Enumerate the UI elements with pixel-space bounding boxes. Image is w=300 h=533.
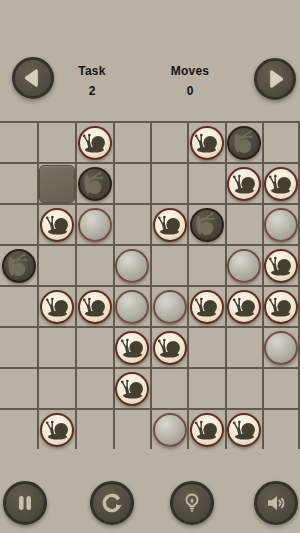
- board-cell[interactable]: [262, 326, 300, 367]
- board-cell[interactable]: [0, 244, 37, 285]
- snail-icon: [194, 132, 219, 153]
- sound-button[interactable]: [254, 481, 298, 525]
- next-task-button[interactable]: [254, 58, 296, 100]
- task-label: Task: [52, 64, 132, 78]
- board-cell[interactable]: [150, 203, 187, 244]
- board-cell[interactable]: [0, 285, 37, 326]
- pause-button[interactable]: [3, 481, 47, 525]
- board-cell[interactable]: [262, 121, 300, 162]
- board-cell[interactable]: [113, 162, 150, 203]
- snail-icon: [82, 132, 107, 153]
- board-cell[interactable]: [187, 326, 224, 367]
- board-cell[interactable]: [113, 285, 150, 326]
- board-cell[interactable]: [150, 285, 187, 326]
- target-slot[interactable]: [264, 331, 298, 365]
- board-cell[interactable]: [113, 326, 150, 367]
- snail-icon: [194, 296, 219, 317]
- board-cell[interactable]: [225, 203, 262, 244]
- board-cell[interactable]: [37, 367, 75, 408]
- snail-piece-dark[interactable]: [2, 249, 36, 283]
- board-cell[interactable]: [113, 367, 150, 408]
- board-cell[interactable]: [37, 162, 75, 203]
- board-cell[interactable]: [262, 162, 300, 203]
- snail-icon: [120, 378, 145, 399]
- lightbulb-icon: [180, 491, 204, 515]
- task-value: 2: [52, 84, 132, 98]
- target-slot[interactable]: [115, 249, 149, 283]
- target-slot[interactable]: [115, 290, 149, 324]
- snail-icon: [268, 255, 293, 276]
- board-cell[interactable]: [187, 408, 224, 449]
- board-cell[interactable]: [113, 408, 150, 449]
- snail-icon: [157, 337, 182, 358]
- snail-piece-light[interactable]: [264, 249, 298, 283]
- snail-piece-light[interactable]: [264, 167, 298, 201]
- target-slot[interactable]: [153, 413, 187, 447]
- board-cell[interactable]: [75, 162, 112, 203]
- board-cell[interactable]: [225, 244, 262, 285]
- target-slot[interactable]: [78, 208, 112, 242]
- board-cell[interactable]: [150, 162, 187, 203]
- target-slot[interactable]: [153, 290, 187, 324]
- board-cell[interactable]: [113, 244, 150, 285]
- board-cell[interactable]: [225, 285, 262, 326]
- snail-piece-light[interactable]: [227, 167, 261, 201]
- snail-piece-light[interactable]: [115, 372, 149, 406]
- board-cell[interactable]: [37, 121, 75, 162]
- snail-piece-light[interactable]: [227, 413, 261, 447]
- snail-piece-light[interactable]: [190, 290, 224, 324]
- moves-value: 0: [150, 84, 230, 98]
- snail-icon: [194, 419, 219, 440]
- snail-piece-light[interactable]: [40, 413, 74, 447]
- snail-icon: [268, 173, 293, 194]
- snail-icon: [120, 337, 145, 358]
- snail-piece-light[interactable]: [78, 290, 112, 324]
- snail-icon: [232, 296, 257, 317]
- board-cell[interactable]: [225, 121, 262, 162]
- snail-piece-dark[interactable]: [227, 126, 261, 160]
- block-tile: [39, 165, 75, 203]
- board-cell[interactable]: [150, 121, 187, 162]
- board-cell[interactable]: [187, 121, 224, 162]
- board-cell[interactable]: [75, 121, 112, 162]
- snail-piece-dark[interactable]: [78, 167, 112, 201]
- board-cell[interactable]: [0, 367, 37, 408]
- board-cell[interactable]: [75, 203, 112, 244]
- board-cell[interactable]: [150, 326, 187, 367]
- game-screen: Task 2 Moves 0: [0, 0, 300, 533]
- board-cell[interactable]: [225, 367, 262, 408]
- snail-piece-light[interactable]: [115, 331, 149, 365]
- board-cell[interactable]: [187, 367, 224, 408]
- snail-icon: [45, 419, 70, 440]
- board-cell[interactable]: [75, 244, 112, 285]
- prev-task-button[interactable]: [12, 57, 54, 99]
- snail-piece-light[interactable]: [40, 208, 74, 242]
- board-cell[interactable]: [187, 244, 224, 285]
- board-cell[interactable]: [0, 203, 37, 244]
- snail-icon: [45, 214, 70, 235]
- snail-piece-light[interactable]: [227, 290, 261, 324]
- board-cell[interactable]: [37, 203, 75, 244]
- snail-piece-light[interactable]: [40, 290, 74, 324]
- board-cell[interactable]: [187, 285, 224, 326]
- moves-label: Moves: [150, 64, 230, 78]
- board-cell[interactable]: [0, 326, 37, 367]
- snail-piece-light[interactable]: [153, 331, 187, 365]
- board-cell[interactable]: [150, 408, 187, 449]
- board-cell[interactable]: [75, 326, 112, 367]
- board-cell[interactable]: [0, 121, 37, 162]
- board-cell[interactable]: [37, 285, 75, 326]
- snail-icon: [157, 214, 182, 235]
- board-cell[interactable]: [75, 285, 112, 326]
- restart-button[interactable]: [90, 481, 134, 525]
- snail-icon: [232, 419, 257, 440]
- board-cell[interactable]: [37, 244, 75, 285]
- restart-icon: [100, 491, 124, 515]
- left-arrow-icon: [20, 65, 46, 91]
- board: [0, 121, 300, 449]
- board-cell[interactable]: [113, 203, 150, 244]
- snail-icon: [232, 173, 257, 194]
- snail-piece-light[interactable]: [264, 290, 298, 324]
- board-cell[interactable]: [0, 162, 37, 203]
- board-cell[interactable]: [75, 367, 112, 408]
- snail-icon: [268, 296, 293, 317]
- board-cell[interactable]: [75, 408, 112, 449]
- pause-icon: [13, 491, 37, 515]
- board-cell[interactable]: [113, 121, 150, 162]
- target-slot[interactable]: [227, 249, 261, 283]
- snail-piece-light[interactable]: [190, 413, 224, 447]
- board-cell[interactable]: [262, 367, 300, 408]
- snail-piece-light[interactable]: [153, 208, 187, 242]
- board-cell[interactable]: [262, 285, 300, 326]
- snail-icon: [6, 255, 31, 276]
- board-cell[interactable]: [37, 408, 75, 449]
- snail-icon: [82, 173, 107, 194]
- snail-icon: [45, 296, 70, 317]
- hint-button[interactable]: [170, 481, 214, 525]
- board-cell[interactable]: [150, 244, 187, 285]
- snail-piece-dark[interactable]: [190, 208, 224, 242]
- board-cell[interactable]: [0, 408, 37, 449]
- board-cell[interactable]: [262, 244, 300, 285]
- snail-icon: [82, 296, 107, 317]
- target-slot[interactable]: [264, 208, 298, 242]
- board-cell[interactable]: [187, 203, 224, 244]
- snail-piece-light[interactable]: [190, 126, 224, 160]
- snail-piece-light[interactable]: [78, 126, 112, 160]
- snail-icon: [194, 214, 219, 235]
- board-cell[interactable]: [262, 203, 300, 244]
- board-cell[interactable]: [150, 367, 187, 408]
- right-arrow-icon: [262, 66, 288, 92]
- board-cell[interactable]: [262, 408, 300, 449]
- speaker-icon: [264, 491, 288, 515]
- board-cell[interactable]: [225, 408, 262, 449]
- board-cell[interactable]: [187, 162, 224, 203]
- board-cell[interactable]: [225, 326, 262, 367]
- snail-icon: [232, 132, 257, 153]
- board-cell[interactable]: [225, 162, 262, 203]
- board-cell[interactable]: [37, 326, 75, 367]
